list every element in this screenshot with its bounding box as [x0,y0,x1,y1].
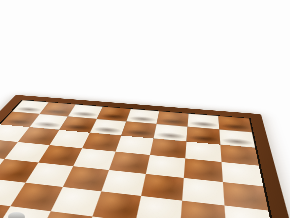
square-b2[interactable]: ♟ [186,127,220,145]
square-d6[interactable] [92,191,141,218]
square-e2[interactable]: ♟ [90,119,126,136]
square-c5[interactable] [141,174,184,201]
board-grid: ♜♞♝♚♛♝♞♜♟♟♟♟♟♟♟♟ [0,100,290,218]
metal-ball-glimpse [8,212,25,218]
square-c2[interactable]: ♟ [153,124,187,141]
square-b4[interactable] [184,158,223,182]
square-d2[interactable]: ♟ [121,121,156,138]
square-a5[interactable] [223,182,268,210]
square-c6[interactable] [136,196,183,218]
board-frame: ♜♞♝♚♛♝♞♜♟♟♟♟♟♟♟♟ [0,95,290,218]
chess-set-photo: ♜♞♝♚♛♝♞♜♟♟♟♟♟♟♟♟ [0,0,290,218]
square-b6[interactable] [180,201,226,218]
square-a6[interactable] [224,205,274,218]
square-a2[interactable]: ♟ [219,129,255,147]
